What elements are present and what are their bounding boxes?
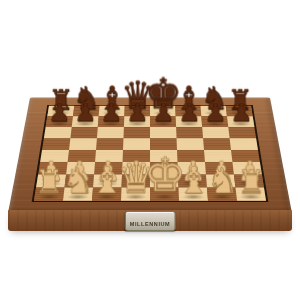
black-pawn-c7[interactable]: ♟ (100, 100, 122, 125)
white-knight-g1[interactable]: ♞ (206, 163, 238, 198)
square-e6[interactable] (150, 127, 177, 138)
square-a6[interactable] (44, 127, 72, 138)
black-pawn-d7[interactable]: ♟ (126, 100, 148, 125)
square-h5[interactable] (230, 138, 258, 150)
square-b7[interactable]: ♟ (72, 116, 99, 127)
square-f7[interactable]: ♟ (176, 116, 203, 127)
square-e7[interactable]: ♟ (150, 116, 176, 127)
board-grid: ♜♞♝♛♚♝♞♜♟♟♟♟♟♟♟♟♟♟♟♟♟♟♟♟♜♞♝♛♚♝♞♜ (32, 105, 269, 202)
square-f6[interactable] (176, 127, 203, 138)
square-h1[interactable]: ♜ (235, 187, 266, 200)
square-d6[interactable] (123, 127, 150, 138)
white-rook-a1[interactable]: ♜ (34, 166, 63, 198)
black-pawn-a7[interactable]: ♟ (48, 100, 70, 125)
board-front-edge: MILLENNIUM (8, 210, 292, 231)
square-b5[interactable] (69, 138, 97, 150)
black-pawn-e7[interactable]: ♟ (152, 100, 174, 125)
white-bishop-f1[interactable]: ♝ (177, 162, 210, 198)
square-b6[interactable] (70, 127, 97, 138)
square-g5[interactable] (203, 138, 231, 150)
black-pawn-g7[interactable]: ♟ (204, 100, 226, 125)
brand-label: MILLENNIUM (130, 221, 171, 227)
black-pawn-f7[interactable]: ♟ (178, 100, 200, 125)
square-c6[interactable] (97, 127, 124, 138)
white-rook-h1[interactable]: ♜ (237, 166, 266, 198)
square-d7[interactable]: ♟ (124, 116, 150, 127)
square-f1[interactable]: ♝ (178, 187, 208, 200)
board-scene: ♜♞♝♛♚♝♞♜♟♟♟♟♟♟♟♟♟♟♟♟♟♟♟♟♜♞♝♛♚♝♞♜ (0, 0, 300, 300)
square-e1[interactable]: ♚ (150, 187, 179, 200)
square-b1[interactable]: ♞ (63, 187, 93, 200)
square-g1[interactable]: ♞ (207, 187, 237, 200)
white-knight-b1[interactable]: ♞ (62, 163, 94, 198)
square-a1[interactable]: ♜ (34, 187, 65, 200)
square-g7[interactable]: ♟ (201, 116, 228, 127)
square-a5[interactable] (42, 138, 70, 150)
black-pawn-h7[interactable]: ♟ (230, 100, 252, 125)
brand-plaque: MILLENNIUM (125, 211, 176, 231)
square-c5[interactable] (96, 138, 123, 150)
chess-board: ♜♞♝♛♚♝♞♜♟♟♟♟♟♟♟♟♟♟♟♟♟♟♟♟♜♞♝♛♚♝♞♜ (8, 97, 292, 212)
square-g6[interactable] (202, 127, 229, 138)
square-h7[interactable]: ♟ (227, 116, 254, 127)
chess-set-photo: ♜♞♝♛♚♝♞♜♟♟♟♟♟♟♟♟♟♟♟♟♟♟♟♟♜♞♝♛♚♝♞♜ MILLENN… (0, 0, 300, 300)
square-a7[interactable]: ♟ (46, 116, 73, 127)
black-pawn-b7[interactable]: ♟ (74, 100, 96, 125)
square-h6[interactable] (228, 127, 256, 138)
square-c7[interactable]: ♟ (98, 116, 125, 127)
